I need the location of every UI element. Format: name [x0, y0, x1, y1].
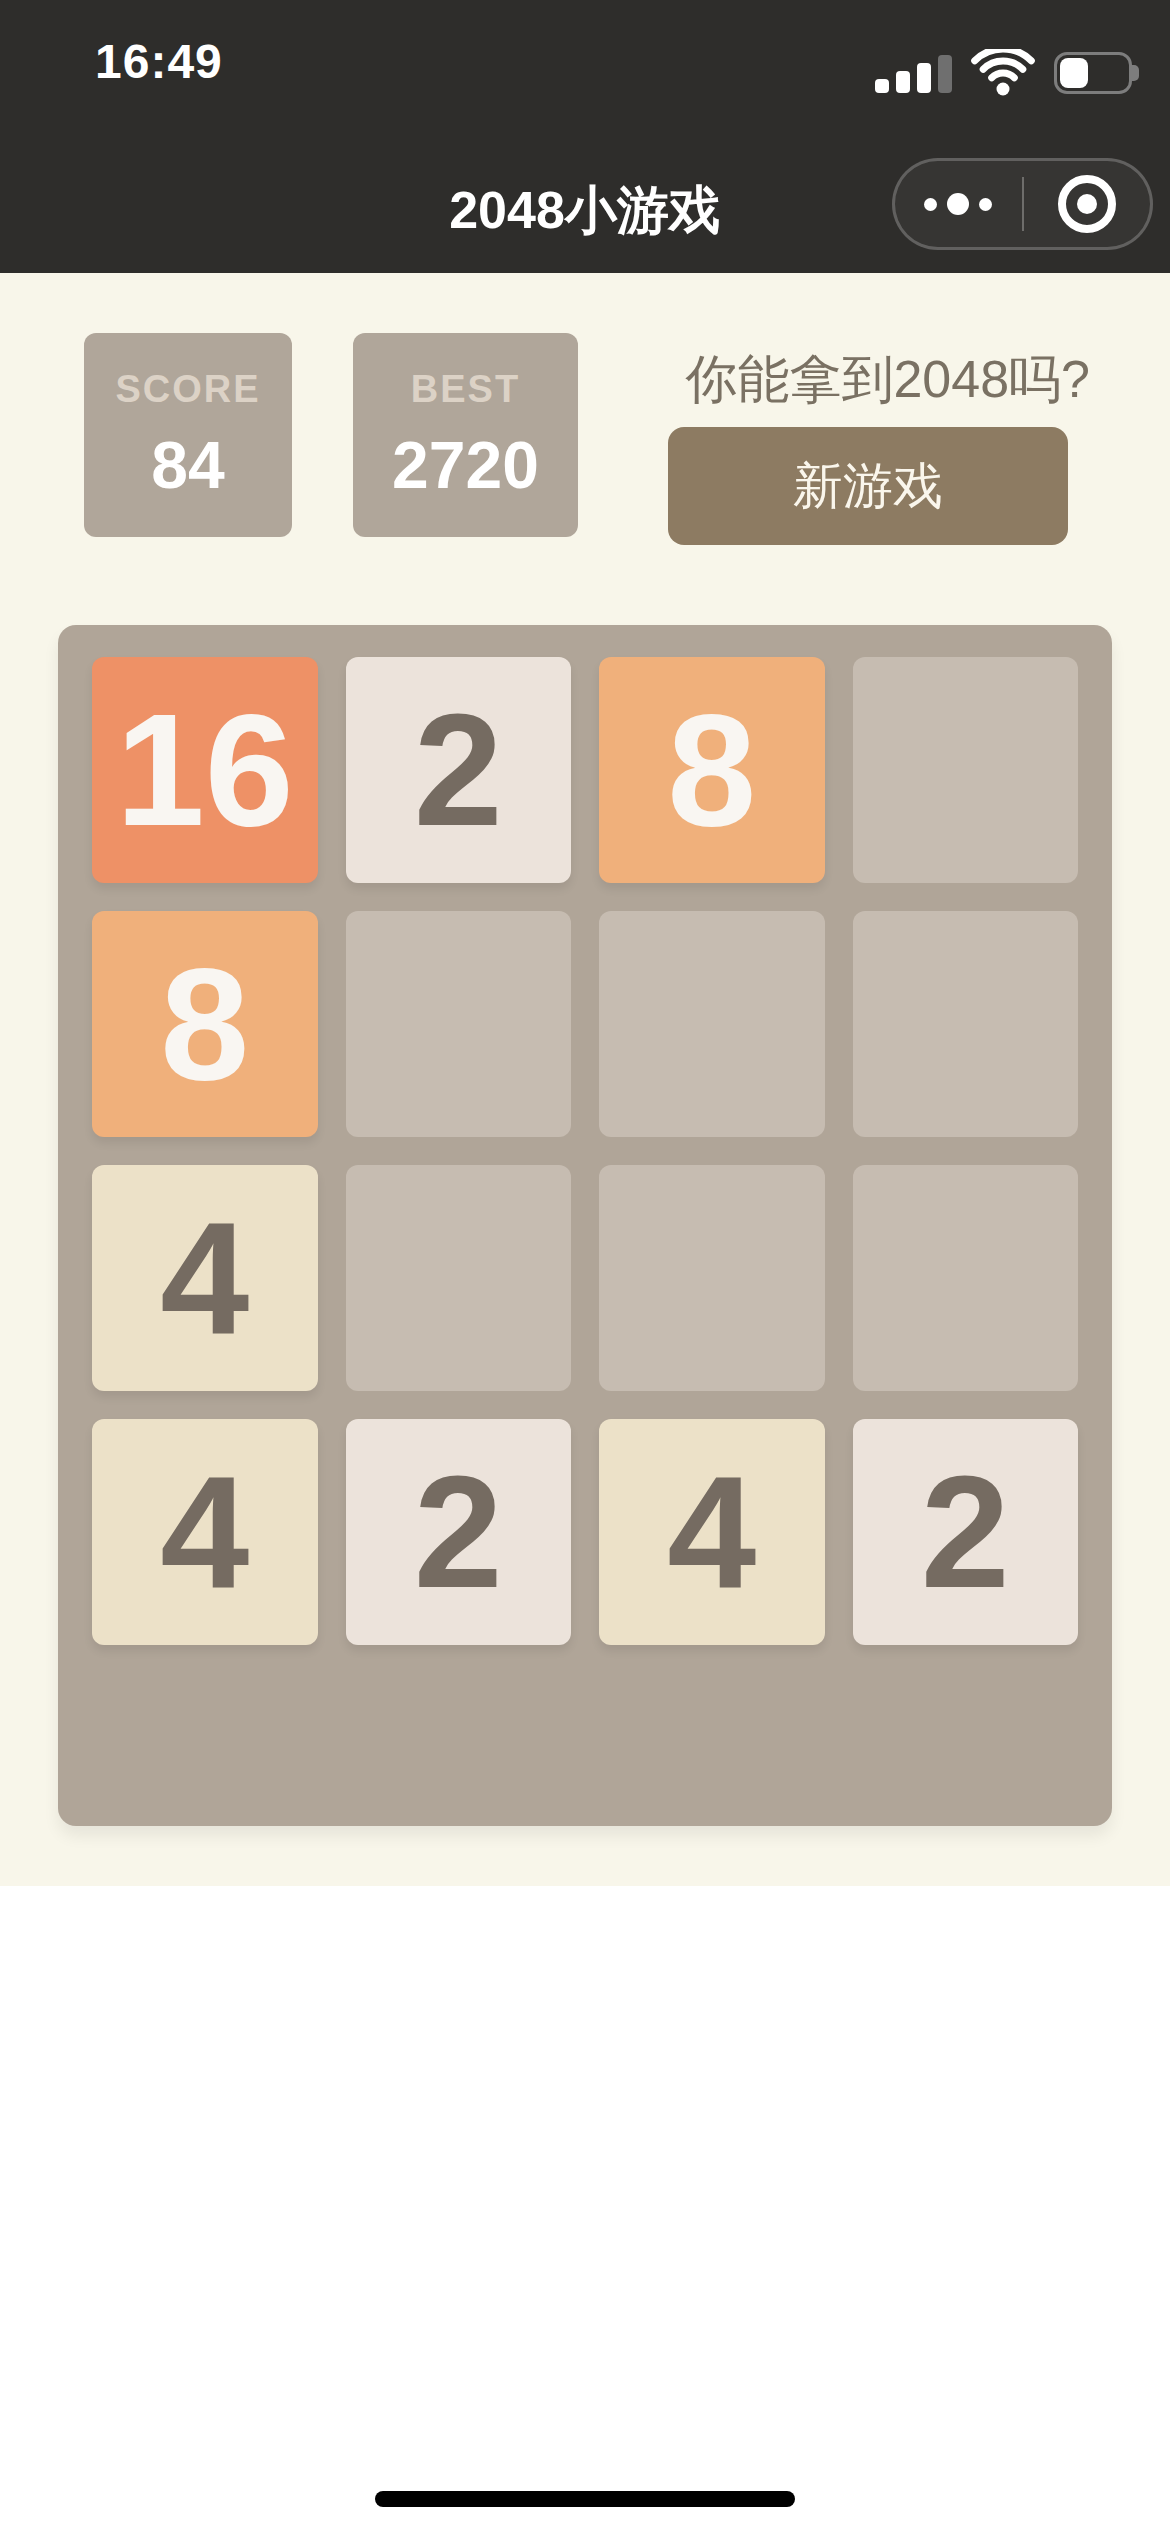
empty-cell — [599, 911, 825, 1137]
tile-4: 4 — [92, 1419, 318, 1645]
empty-cell — [853, 657, 1079, 883]
battery-icon — [1054, 52, 1140, 94]
challenge-text: 你能拿到2048吗? — [685, 345, 1090, 415]
score-value: 84 — [151, 427, 224, 503]
wifi-icon — [970, 49, 1036, 97]
best-value: 2720 — [392, 427, 539, 503]
empty-cell — [853, 911, 1079, 1137]
tile-4: 4 — [599, 1419, 825, 1645]
status-icons — [875, 50, 1140, 96]
tile-8: 8 — [599, 657, 825, 883]
board[interactable]: 1628844242 — [58, 625, 1112, 1826]
new-game-label: 新游戏 — [793, 453, 943, 520]
tile-2: 2 — [346, 657, 572, 883]
tile-2: 2 — [346, 1419, 572, 1645]
cellular-signal-icon — [875, 53, 952, 93]
best-box: BEST 2720 — [353, 333, 578, 537]
ellipsis-icon — [924, 193, 992, 215]
miniprogram-capsule — [892, 158, 1153, 250]
record-circle-icon — [1058, 175, 1116, 233]
status-and-nav-bar: 16:49 2048小游戏 — [0, 0, 1170, 273]
new-game-button[interactable]: 新游戏 — [668, 427, 1068, 545]
bottom-area — [0, 1886, 1170, 2532]
tile-4: 4 — [92, 1165, 318, 1391]
home-indicator[interactable] — [375, 2491, 795, 2507]
score-label: SCORE — [115, 368, 260, 411]
empty-cell — [346, 911, 572, 1137]
empty-cell — [853, 1165, 1079, 1391]
phone-screen: 16:49 2048小游戏 — [0, 0, 1170, 2532]
tile-8: 8 — [92, 911, 318, 1137]
tile-2: 2 — [853, 1419, 1079, 1645]
score-box: SCORE 84 — [84, 333, 292, 537]
more-button[interactable] — [895, 193, 1022, 215]
status-time: 16:49 — [95, 34, 223, 89]
best-label: BEST — [411, 368, 520, 411]
empty-cell — [599, 1165, 825, 1391]
empty-cell — [346, 1165, 572, 1391]
game-content: SCORE 84 BEST 2720 你能拿到2048吗? 新游戏 162884… — [0, 273, 1170, 1886]
exit-button[interactable] — [1024, 175, 1151, 233]
tile-16: 16 — [92, 657, 318, 883]
